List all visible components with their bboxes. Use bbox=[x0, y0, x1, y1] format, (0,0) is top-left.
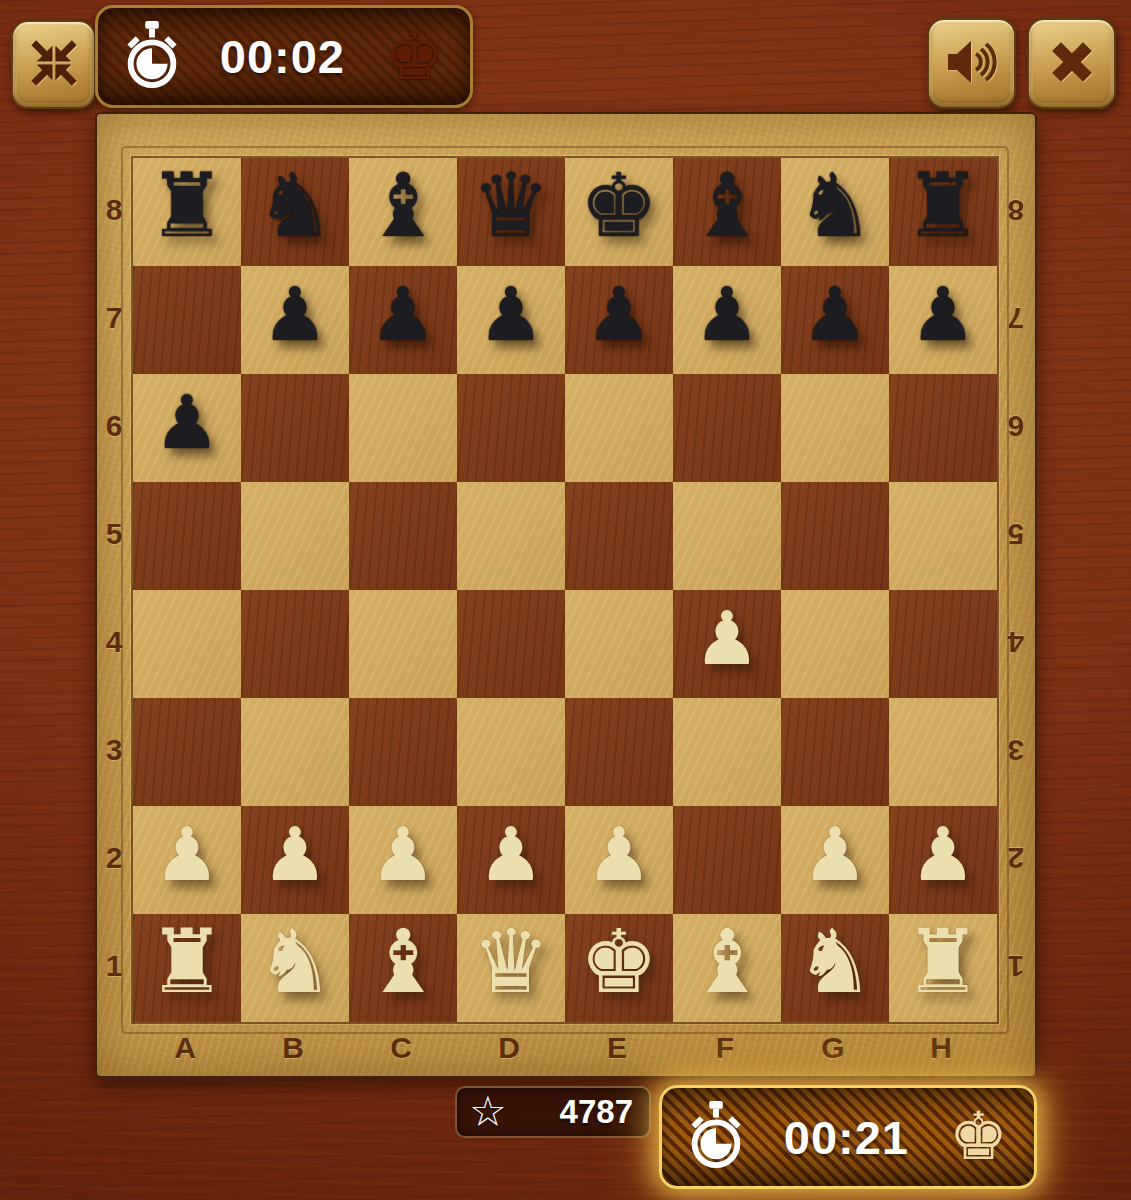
square-a8[interactable]: ♜ bbox=[133, 158, 241, 266]
rank-label-8: 8 bbox=[97, 156, 131, 264]
white-pawn[interactable]: ♟ bbox=[802, 817, 868, 891]
sound-button[interactable] bbox=[927, 18, 1016, 109]
black-knight[interactable]: ♞ bbox=[796, 162, 875, 250]
file-label-a: A bbox=[131, 1022, 239, 1074]
white-pawn[interactable]: ♟ bbox=[154, 817, 220, 891]
file-label-f: F bbox=[671, 1022, 779, 1074]
square-b1[interactable]: ♞ bbox=[241, 914, 349, 1022]
rank-label-2: 2 bbox=[997, 804, 1035, 912]
square-d3[interactable] bbox=[457, 698, 565, 806]
black-king[interactable]: ♚ bbox=[580, 162, 659, 250]
square-h3[interactable] bbox=[889, 698, 997, 806]
square-d5[interactable] bbox=[457, 482, 565, 590]
square-d6[interactable] bbox=[457, 374, 565, 482]
square-g2[interactable]: ♟ bbox=[781, 806, 889, 914]
square-a1[interactable]: ♜ bbox=[133, 914, 241, 1022]
square-g4[interactable] bbox=[781, 590, 889, 698]
square-b3[interactable] bbox=[241, 698, 349, 806]
white-pawn[interactable]: ♟ bbox=[694, 601, 760, 675]
square-h8[interactable]: ♜ bbox=[889, 158, 997, 266]
square-a7[interactable] bbox=[133, 266, 241, 374]
speaker-icon bbox=[944, 34, 1000, 94]
square-h1[interactable]: ♜ bbox=[889, 914, 997, 1022]
rank-label-3: 3 bbox=[97, 696, 131, 804]
square-f2[interactable] bbox=[673, 806, 781, 914]
fullscreen-button[interactable] bbox=[11, 20, 96, 109]
black-bishop[interactable]: ♝ bbox=[688, 162, 767, 250]
rank-label-1: 1 bbox=[97, 912, 131, 1020]
black-bishop[interactable]: ♝ bbox=[364, 162, 443, 250]
square-c2[interactable]: ♟ bbox=[349, 806, 457, 914]
file-label-e: E bbox=[563, 1022, 671, 1074]
black-pawn[interactable]: ♟ bbox=[586, 277, 652, 351]
square-d4[interactable] bbox=[457, 590, 565, 698]
white-knight[interactable]: ♞ bbox=[796, 918, 875, 1006]
square-h6[interactable] bbox=[889, 374, 997, 482]
file-label-d: D bbox=[455, 1022, 563, 1074]
rank-label-4: 4 bbox=[97, 588, 131, 696]
black-pawn[interactable]: ♟ bbox=[802, 277, 868, 351]
square-g3[interactable] bbox=[781, 698, 889, 806]
square-a5[interactable] bbox=[133, 482, 241, 590]
square-b2[interactable]: ♟ bbox=[241, 806, 349, 914]
rank-label-4: 4 bbox=[997, 588, 1035, 696]
square-f4[interactable]: ♟ bbox=[673, 590, 781, 698]
square-b4[interactable] bbox=[241, 590, 349, 698]
white-bishop[interactable]: ♝ bbox=[364, 918, 443, 1006]
star-icon: ☆ bbox=[469, 1091, 507, 1133]
square-e2[interactable]: ♟ bbox=[565, 806, 673, 914]
black-clock-panel: 00:02 ♚ bbox=[95, 5, 473, 108]
square-c7[interactable]: ♟ bbox=[349, 266, 457, 374]
square-g8[interactable]: ♞ bbox=[781, 158, 889, 266]
square-h2[interactable]: ♟ bbox=[889, 806, 997, 914]
rank-label-6: 6 bbox=[97, 372, 131, 480]
white-pawn[interactable]: ♟ bbox=[910, 817, 976, 891]
square-f5[interactable] bbox=[673, 482, 781, 590]
square-c3[interactable] bbox=[349, 698, 457, 806]
square-f8[interactable]: ♝ bbox=[673, 158, 781, 266]
white-bishop[interactable]: ♝ bbox=[688, 918, 767, 1006]
rank-label-1: 1 bbox=[997, 912, 1035, 1020]
chess-board-frame: 87654321 87654321 ABCDEFGH ♜♞♝♛♚♝♞♜♟♟♟♟♟… bbox=[95, 112, 1037, 1078]
white-clock-panel: 00:21 ♚ bbox=[659, 1085, 1037, 1189]
black-pawn[interactable]: ♟ bbox=[370, 277, 436, 351]
close-button[interactable] bbox=[1027, 18, 1116, 109]
square-e5[interactable] bbox=[565, 482, 673, 590]
square-c1[interactable]: ♝ bbox=[349, 914, 457, 1022]
stopwatch-icon bbox=[688, 1101, 744, 1173]
rank-label-5: 5 bbox=[997, 480, 1035, 588]
square-f7[interactable]: ♟ bbox=[673, 266, 781, 374]
black-rook[interactable]: ♜ bbox=[904, 162, 983, 250]
black-king-icon: ♚ bbox=[385, 24, 444, 90]
square-e8[interactable]: ♚ bbox=[565, 158, 673, 266]
stopwatch-icon bbox=[124, 21, 180, 93]
rank-label-8: 8 bbox=[997, 156, 1035, 264]
square-b6[interactable] bbox=[241, 374, 349, 482]
file-label-h: H bbox=[887, 1022, 995, 1074]
square-c8[interactable]: ♝ bbox=[349, 158, 457, 266]
black-knight[interactable]: ♞ bbox=[256, 162, 335, 250]
rank-label-6: 6 bbox=[997, 372, 1035, 480]
file-label-b: B bbox=[239, 1022, 347, 1074]
square-h4[interactable] bbox=[889, 590, 997, 698]
white-pawn[interactable]: ♟ bbox=[586, 817, 652, 891]
square-d2[interactable]: ♟ bbox=[457, 806, 565, 914]
white-pawn[interactable]: ♟ bbox=[478, 817, 544, 891]
white-rook[interactable]: ♜ bbox=[904, 918, 983, 1006]
close-x-icon bbox=[1045, 35, 1099, 93]
rank-label-3: 3 bbox=[997, 696, 1035, 804]
score-panel: ☆ 4787 bbox=[455, 1086, 651, 1138]
black-pawn[interactable]: ♟ bbox=[478, 277, 544, 351]
black-pawn[interactable]: ♟ bbox=[262, 277, 328, 351]
file-labels-bottom: ABCDEFGH bbox=[131, 1022, 995, 1074]
square-a4[interactable] bbox=[133, 590, 241, 698]
square-e7[interactable]: ♟ bbox=[565, 266, 673, 374]
white-pawn[interactable]: ♟ bbox=[262, 817, 328, 891]
white-rook[interactable]: ♜ bbox=[148, 918, 227, 1006]
white-pawn[interactable]: ♟ bbox=[370, 817, 436, 891]
rank-label-7: 7 bbox=[97, 264, 131, 372]
square-d7[interactable]: ♟ bbox=[457, 266, 565, 374]
chess-board: ♜♞♝♛♚♝♞♜♟♟♟♟♟♟♟♟♟♟♟♟♟♟♟♟♜♞♝♛♚♝♞♜ bbox=[131, 156, 999, 1024]
square-a3[interactable] bbox=[133, 698, 241, 806]
black-pawn[interactable]: ♟ bbox=[910, 277, 976, 351]
square-h5[interactable] bbox=[889, 482, 997, 590]
square-g7[interactable]: ♟ bbox=[781, 266, 889, 374]
black-pawn[interactable]: ♟ bbox=[694, 277, 760, 351]
white-king-icon: ♚ bbox=[949, 1104, 1008, 1170]
collapse-arrows-icon bbox=[27, 36, 81, 94]
square-b5[interactable] bbox=[241, 482, 349, 590]
square-e1[interactable]: ♚ bbox=[565, 914, 673, 1022]
square-d8[interactable]: ♛ bbox=[457, 158, 565, 266]
square-g1[interactable]: ♞ bbox=[781, 914, 889, 1022]
black-clock-time: 00:02 bbox=[220, 29, 345, 84]
square-a2[interactable]: ♟ bbox=[133, 806, 241, 914]
square-b8[interactable]: ♞ bbox=[241, 158, 349, 266]
square-f6[interactable] bbox=[673, 374, 781, 482]
black-rook[interactable]: ♜ bbox=[148, 162, 227, 250]
white-queen[interactable]: ♛ bbox=[472, 918, 551, 1006]
black-pawn[interactable]: ♟ bbox=[154, 385, 220, 459]
rank-label-7: 7 bbox=[997, 264, 1035, 372]
square-d1[interactable]: ♛ bbox=[457, 914, 565, 1022]
rank-label-2: 2 bbox=[97, 804, 131, 912]
square-e6[interactable] bbox=[565, 374, 673, 482]
square-e4[interactable] bbox=[565, 590, 673, 698]
square-c5[interactable] bbox=[349, 482, 457, 590]
square-h7[interactable]: ♟ bbox=[889, 266, 997, 374]
black-queen[interactable]: ♛ bbox=[472, 162, 551, 250]
square-g6[interactable] bbox=[781, 374, 889, 482]
white-clock-time: 00:21 bbox=[784, 1110, 909, 1165]
square-e3[interactable] bbox=[565, 698, 673, 806]
file-label-c: C bbox=[347, 1022, 455, 1074]
square-f1[interactable]: ♝ bbox=[673, 914, 781, 1022]
square-b7[interactable]: ♟ bbox=[241, 266, 349, 374]
rank-labels-right: 87654321 bbox=[997, 156, 1035, 1020]
rank-label-5: 5 bbox=[97, 480, 131, 588]
white-knight[interactable]: ♞ bbox=[256, 918, 335, 1006]
square-a6[interactable]: ♟ bbox=[133, 374, 241, 482]
score-value: 4787 bbox=[560, 1093, 633, 1131]
file-label-g: G bbox=[779, 1022, 887, 1074]
square-c4[interactable] bbox=[349, 590, 457, 698]
rank-labels-left: 87654321 bbox=[97, 156, 131, 1020]
square-c6[interactable] bbox=[349, 374, 457, 482]
white-king[interactable]: ♚ bbox=[580, 918, 659, 1006]
game-stage: 00:02 ♚ 87654321 87654321 bbox=[0, 0, 1131, 1200]
square-f3[interactable] bbox=[673, 698, 781, 806]
square-g5[interactable] bbox=[781, 482, 889, 590]
